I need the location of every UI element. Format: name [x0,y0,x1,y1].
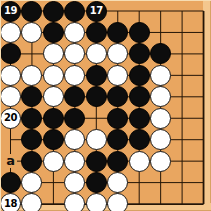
board-cells: 191720a18 [0,0,211,211]
intersection-r1c10[interactable] [193,0,211,21]
intersection-r1c5[interactable]: 17 [86,0,107,21]
intersection-r5c9[interactable] [171,86,192,107]
black-stone [21,108,42,129]
white-stone: 20 [0,108,21,129]
white-stone [43,151,64,172]
black-stone [86,22,107,43]
black-stone [107,22,128,43]
go-board[interactable]: 191720a18 [0,0,211,211]
black-stone [129,43,150,64]
white-stone [21,65,42,86]
black-stone [129,108,150,129]
intersection-r6c8[interactable] [150,107,171,128]
intersection-r9c1[interactable] [0,172,21,193]
white-stone [0,86,21,107]
intersection-r4c2[interactable] [21,65,42,86]
intersection-r8c6[interactable] [107,150,128,171]
black-stone [21,129,42,150]
intersection-r8c4[interactable] [64,150,85,171]
intersection-r9c3[interactable] [43,172,64,193]
intersection-r10c2[interactable] [21,193,42,211]
move-number-label: 18 [4,199,17,209]
intersection-r4c5[interactable] [86,65,107,86]
intersection-r1c2[interactable] [21,0,42,21]
intersection-r3c8[interactable] [150,43,171,64]
intersection-r10c5[interactable] [86,193,107,211]
black-stone [64,108,85,129]
intersection-r2c3[interactable] [43,22,64,43]
black-stone [129,22,150,43]
black-stone [107,151,128,172]
board-edge-top [0,0,211,1]
intersection-r2c10[interactable] [193,22,211,43]
intersection-r9c5[interactable] [86,172,107,193]
intersection-r1c4[interactable] [64,0,85,21]
intersection-r6c4[interactable] [64,107,85,128]
intersection-r7c2[interactable] [21,129,42,150]
white-stone [64,22,85,43]
black-stone [43,129,64,150]
intersection-r7c9[interactable] [171,129,192,150]
black-stone [43,22,64,43]
board-edge-left [0,0,1,211]
black-stone [64,86,85,107]
intersection-r3c1[interactable] [0,43,21,64]
black-stone [150,43,171,64]
intersection-r9c9[interactable] [171,172,192,193]
intersection-r9c4[interactable] [64,172,85,193]
move-number-label: 19 [4,6,17,16]
intersection-r8c10[interactable] [193,150,211,171]
white-stone [86,129,107,150]
black-stone [21,151,42,172]
white-stone [107,193,128,211]
move-number-label: 20 [4,113,17,123]
intersection-r7c8[interactable] [150,129,171,150]
point-marker-a[interactable]: a [4,154,17,168]
black-stone [64,1,85,22]
intersection-r10c7[interactable] [128,193,149,211]
white-stone [107,65,128,86]
white-stone [107,172,128,193]
black-stone: 19 [0,1,21,22]
intersection-r6c2[interactable] [21,107,42,128]
black-stone: 17 [86,1,107,22]
black-stone [21,86,42,107]
intersection-r5c10[interactable] [193,86,211,107]
intersection-r6c5[interactable] [86,107,107,128]
intersection-r3c6[interactable] [107,43,128,64]
black-stone [43,1,64,22]
intersection-r8c2[interactable] [21,150,42,171]
intersection-r6c7[interactable] [128,107,149,128]
intersection-r10c9[interactable] [171,193,192,211]
intersection-r7c5[interactable] [86,129,107,150]
intersection-r1c9[interactable] [171,0,192,21]
intersection-r4c10[interactable] [193,65,211,86]
go-diagram: 191720a18 [0,0,211,211]
intersection-r6c10[interactable] [193,107,211,128]
intersection-r4c9[interactable] [171,65,192,86]
intersection-r7c7[interactable] [128,129,149,150]
white-stone [107,43,128,64]
black-stone [107,129,128,150]
intersection-r7c6[interactable] [107,129,128,150]
black-stone [86,151,107,172]
black-stone [107,108,128,129]
intersection-r1c8[interactable] [150,0,171,21]
intersection-r5c1[interactable] [0,86,21,107]
intersection-r7c1[interactable] [0,129,21,150]
white-stone [64,151,85,172]
white-stone [43,86,64,107]
black-stone [129,129,150,150]
intersection-r4c6[interactable] [107,65,128,86]
white-stone [64,172,85,193]
intersection-r9c10[interactable] [193,172,211,193]
intersection-r7c3[interactable] [43,129,64,150]
white-stone [150,129,171,150]
intersection-r2c6[interactable] [107,22,128,43]
white-stone [0,65,21,86]
intersection-r7c10[interactable] [193,129,211,150]
white-stone [150,86,171,107]
black-stone [129,86,150,107]
intersection-r2c7[interactable] [128,22,149,43]
intersection-r6c6[interactable] [107,107,128,128]
intersection-r8c9[interactable] [171,150,192,171]
intersection-r3c9[interactable] [171,43,192,64]
intersection-r10c8[interactable] [150,193,171,211]
intersection-r10c4[interactable] [64,193,85,211]
black-stone [107,86,128,107]
intersection-r2c4[interactable] [64,22,85,43]
white-stone [64,65,85,86]
white-stone [43,43,64,64]
intersection-r9c8[interactable] [150,172,171,193]
intersection-r4c3[interactable] [43,65,64,86]
intersection-r8c8[interactable] [150,150,171,171]
white-stone [21,22,42,43]
black-stone [129,65,150,86]
intersection-r1c1[interactable]: 19 [0,0,21,21]
intersection-r1c6[interactable] [107,0,128,21]
intersection-r8c3[interactable] [43,150,64,171]
intersection-r5c8[interactable] [150,86,171,107]
intersection-r2c8[interactable] [150,22,171,43]
white-stone [150,65,171,86]
intersection-r3c2[interactable] [21,43,42,64]
intersection-r5c5[interactable] [86,86,107,107]
intersection-r9c2[interactable] [21,172,42,193]
intersection-r2c1[interactable] [0,22,21,43]
white-stone [64,43,85,64]
intersection-r3c10[interactable] [193,43,211,64]
intersection-r4c1[interactable] [0,65,21,86]
intersection-r5c3[interactable] [43,86,64,107]
intersection-r10c1[interactable]: 18 [0,193,21,211]
black-stone [86,86,107,107]
intersection-r6c1[interactable]: 20 [0,107,21,128]
intersection-r3c4[interactable] [64,43,85,64]
white-stone [21,172,42,193]
black-stone [0,43,21,64]
intersection-r3c3[interactable] [43,43,64,64]
intersection-r4c7[interactable] [128,65,149,86]
intersection-r2c5[interactable] [86,22,107,43]
white-stone [64,193,85,211]
white-stone: 18 [0,193,21,211]
white-stone [43,65,64,86]
black-stone [0,172,21,193]
intersection-r9c6[interactable] [107,172,128,193]
move-number-label: 17 [90,6,103,16]
intersection-r3c7[interactable] [128,43,149,64]
intersection-r1c7[interactable] [128,0,149,21]
intersection-r10c6[interactable] [107,193,128,211]
intersection-r10c3[interactable] [43,193,64,211]
intersection-r7c4[interactable] [64,129,85,150]
black-stone [86,65,107,86]
intersection-r9c7[interactable] [128,172,149,193]
intersection-r1c3[interactable] [43,0,64,21]
intersection-r8c1[interactable]: a [0,150,21,171]
black-stone [21,1,42,22]
white-stone [0,22,21,43]
white-stone [150,151,171,172]
intersection-r5c4[interactable] [64,86,85,107]
white-stone [150,108,171,129]
intersection-r2c9[interactable] [171,22,192,43]
black-stone [43,108,64,129]
white-stone [86,193,107,211]
black-stone [86,172,107,193]
intersection-r5c7[interactable] [128,86,149,107]
intersection-r4c8[interactable] [150,65,171,86]
white-stone [86,43,107,64]
white-stone [64,129,85,150]
intersection-r6c3[interactable] [43,107,64,128]
white-stone [129,151,150,172]
intersection-r10c10[interactable] [193,193,211,211]
intersection-r4c4[interactable] [64,65,85,86]
intersection-r8c7[interactable] [128,150,149,171]
white-stone [21,193,42,211]
intersection-r6c9[interactable] [171,107,192,128]
intersection-r5c2[interactable] [21,86,42,107]
intersection-r5c6[interactable] [107,86,128,107]
intersection-r2c2[interactable] [21,22,42,43]
intersection-r3c5[interactable] [86,43,107,64]
intersection-r8c5[interactable] [86,150,107,171]
